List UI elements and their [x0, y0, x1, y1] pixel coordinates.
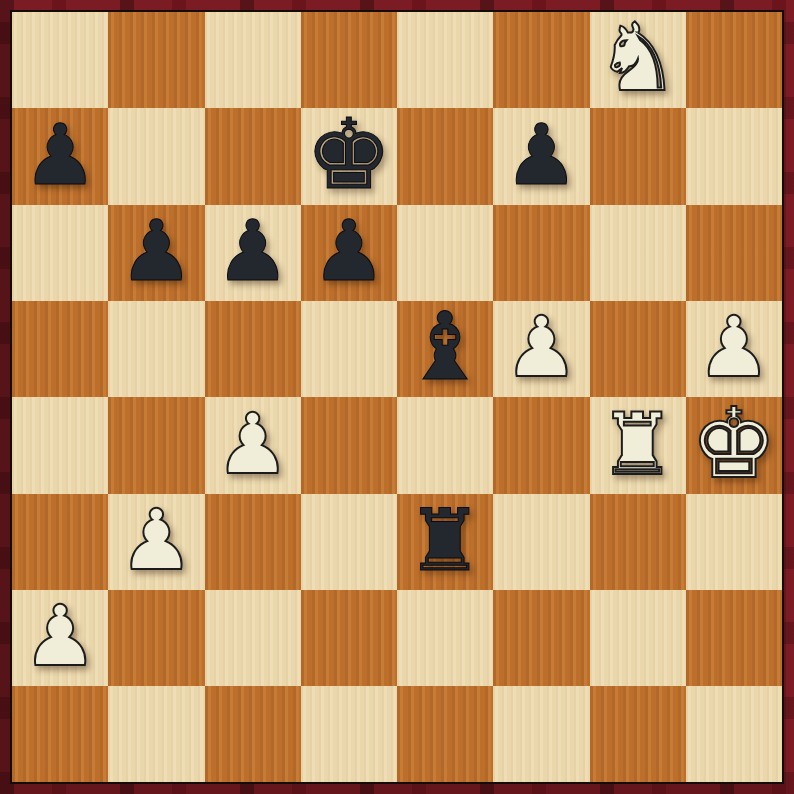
square-c7[interactable]: [205, 108, 301, 205]
square-d6[interactable]: ♟: [301, 205, 397, 301]
piece-black-pawn[interactable]: ♟: [504, 113, 579, 197]
piece-white-knight[interactable]: ♞: [595, 11, 679, 105]
square-f7[interactable]: ♟: [493, 108, 589, 205]
square-b8[interactable]: [108, 12, 204, 108]
square-c8[interactable]: [205, 12, 301, 108]
square-d2[interactable]: [301, 590, 397, 686]
square-d4[interactable]: [301, 397, 397, 494]
square-h1[interactable]: [686, 686, 782, 782]
square-b5[interactable]: [108, 301, 204, 397]
square-f3[interactable]: [493, 494, 589, 590]
piece-white-pawn[interactable]: ♟: [215, 402, 290, 486]
square-g2[interactable]: [590, 590, 686, 686]
square-f5[interactable]: ♟: [493, 301, 589, 397]
square-a6[interactable]: [12, 205, 108, 301]
piece-black-rook[interactable]: ♜: [407, 497, 484, 583]
square-h3[interactable]: [686, 494, 782, 590]
square-a8[interactable]: [12, 12, 108, 108]
square-e2[interactable]: [397, 590, 493, 686]
square-c4[interactable]: ♟: [205, 397, 301, 494]
square-c2[interactable]: [205, 590, 301, 686]
square-a5[interactable]: [12, 301, 108, 397]
square-h6[interactable]: [686, 205, 782, 301]
square-a2[interactable]: ♟: [12, 590, 108, 686]
square-e6[interactable]: [397, 205, 493, 301]
piece-white-pawn[interactable]: ♟: [504, 305, 579, 389]
square-h8[interactable]: [686, 12, 782, 108]
square-c3[interactable]: [205, 494, 301, 590]
square-g3[interactable]: [590, 494, 686, 590]
square-f6[interactable]: [493, 205, 589, 301]
square-f4[interactable]: [493, 397, 589, 494]
square-c5[interactable]: [205, 301, 301, 397]
square-f8[interactable]: [493, 12, 589, 108]
square-g7[interactable]: [590, 108, 686, 205]
square-h7[interactable]: [686, 108, 782, 205]
square-b1[interactable]: [108, 686, 204, 782]
square-a1[interactable]: [12, 686, 108, 782]
square-f2[interactable]: [493, 590, 589, 686]
square-e1[interactable]: [397, 686, 493, 782]
square-e3[interactable]: ♜: [397, 494, 493, 590]
piece-black-pawn[interactable]: ♟: [311, 209, 386, 293]
square-e7[interactable]: [397, 108, 493, 205]
square-d8[interactable]: [301, 12, 397, 108]
square-b7[interactable]: [108, 108, 204, 205]
square-d1[interactable]: [301, 686, 397, 782]
square-e5[interactable]: ♝: [397, 301, 493, 397]
square-d7[interactable]: ♚: [301, 108, 397, 205]
square-b2[interactable]: [108, 590, 204, 686]
square-g8[interactable]: ♞: [590, 12, 686, 108]
square-b3[interactable]: ♟: [108, 494, 204, 590]
square-h2[interactable]: [686, 590, 782, 686]
board-frame: ♞♟♚♟♟♟♟♝♟♟♟♜♚♟♜♟: [0, 0, 794, 794]
square-b6[interactable]: ♟: [108, 205, 204, 301]
piece-black-king[interactable]: ♚: [305, 106, 392, 203]
piece-white-king[interactable]: ♚: [690, 395, 777, 492]
square-a3[interactable]: [12, 494, 108, 590]
square-g6[interactable]: [590, 205, 686, 301]
square-g4[interactable]: ♜: [590, 397, 686, 494]
piece-white-rook[interactable]: ♜: [599, 401, 676, 487]
piece-white-pawn[interactable]: ♟: [22, 594, 97, 678]
piece-white-pawn[interactable]: ♟: [696, 305, 771, 389]
piece-black-pawn[interactable]: ♟: [119, 209, 194, 293]
square-e8[interactable]: [397, 12, 493, 108]
square-h4[interactable]: ♚: [686, 397, 782, 494]
square-a7[interactable]: ♟: [12, 108, 108, 205]
chess-board: ♞♟♚♟♟♟♟♝♟♟♟♜♚♟♜♟: [10, 10, 784, 784]
square-a4[interactable]: [12, 397, 108, 494]
piece-black-bishop[interactable]: ♝: [403, 300, 487, 394]
square-d3[interactable]: [301, 494, 397, 590]
square-d5[interactable]: [301, 301, 397, 397]
square-g5[interactable]: [590, 301, 686, 397]
square-e4[interactable]: [397, 397, 493, 494]
square-c6[interactable]: ♟: [205, 205, 301, 301]
square-g1[interactable]: [590, 686, 686, 782]
square-h5[interactable]: ♟: [686, 301, 782, 397]
square-f1[interactable]: [493, 686, 589, 782]
piece-black-pawn[interactable]: ♟: [22, 113, 97, 197]
piece-black-pawn[interactable]: ♟: [215, 209, 290, 293]
square-b4[interactable]: [108, 397, 204, 494]
square-c1[interactable]: [205, 686, 301, 782]
piece-white-pawn[interactable]: ♟: [119, 498, 194, 582]
